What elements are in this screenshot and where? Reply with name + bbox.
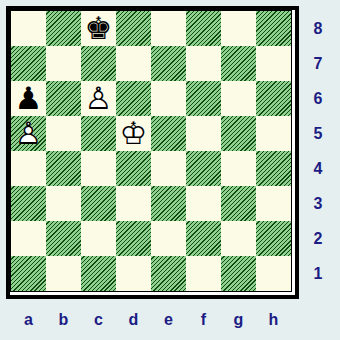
square-a3[interactable] xyxy=(11,186,46,221)
square-c4[interactable] xyxy=(81,151,116,186)
square-g6[interactable] xyxy=(221,81,256,116)
square-b7[interactable] xyxy=(46,46,81,81)
rank-label-7: 7 xyxy=(301,46,335,81)
square-b5[interactable] xyxy=(46,116,81,151)
rank-label-8: 8 xyxy=(301,11,335,46)
piece-fill-white-king: ♚ xyxy=(116,116,151,151)
chess-board: ♚♟♟♙♟♙♚♔ xyxy=(10,10,292,292)
square-c8[interactable]: ♚ xyxy=(81,11,116,46)
square-c5[interactable] xyxy=(81,116,116,151)
square-b3[interactable] xyxy=(46,186,81,221)
square-d7[interactable] xyxy=(116,46,151,81)
square-h2[interactable] xyxy=(256,221,291,256)
square-e4[interactable] xyxy=(151,151,186,186)
square-g2[interactable] xyxy=(221,221,256,256)
square-c7[interactable] xyxy=(81,46,116,81)
square-e2[interactable] xyxy=(151,221,186,256)
square-f2[interactable] xyxy=(186,221,221,256)
square-g4[interactable] xyxy=(221,151,256,186)
square-a1[interactable] xyxy=(11,256,46,291)
square-h4[interactable] xyxy=(256,151,291,186)
chess-board-frame: ♚♟♟♙♟♙♚♔ xyxy=(6,6,299,299)
square-d8[interactable] xyxy=(116,11,151,46)
square-f1[interactable] xyxy=(186,256,221,291)
square-g1[interactable] xyxy=(221,256,256,291)
piece-white-king: ♔ xyxy=(116,116,151,151)
square-h7[interactable] xyxy=(256,46,291,81)
file-label-b: b xyxy=(46,303,81,337)
square-d6[interactable] xyxy=(116,81,151,116)
square-e7[interactable] xyxy=(151,46,186,81)
piece-black-king: ♚ xyxy=(81,11,116,46)
square-a7[interactable] xyxy=(11,46,46,81)
square-c1[interactable] xyxy=(81,256,116,291)
chess-diagram: ♚♟♟♙♟♙♚♔ 87654321 abcdefgh xyxy=(0,0,340,340)
square-f6[interactable] xyxy=(186,81,221,116)
square-a4[interactable] xyxy=(11,151,46,186)
rank-label-2: 2 xyxy=(301,221,335,256)
square-e6[interactable] xyxy=(151,81,186,116)
square-d1[interactable] xyxy=(116,256,151,291)
square-a6[interactable]: ♟ xyxy=(11,81,46,116)
square-d3[interactable] xyxy=(116,186,151,221)
square-d2[interactable] xyxy=(116,221,151,256)
square-e5[interactable] xyxy=(151,116,186,151)
square-h1[interactable] xyxy=(256,256,291,291)
rank-label-4: 4 xyxy=(301,151,335,186)
square-f3[interactable] xyxy=(186,186,221,221)
square-a8[interactable] xyxy=(11,11,46,46)
square-g3[interactable] xyxy=(221,186,256,221)
square-h5[interactable] xyxy=(256,116,291,151)
square-e8[interactable] xyxy=(151,11,186,46)
square-e3[interactable] xyxy=(151,186,186,221)
file-label-d: d xyxy=(116,303,151,337)
rank-label-1: 1 xyxy=(301,256,335,291)
square-g7[interactable] xyxy=(221,46,256,81)
file-label-h: h xyxy=(256,303,291,337)
rank-label-5: 5 xyxy=(301,116,335,151)
square-f8[interactable] xyxy=(186,11,221,46)
square-f7[interactable] xyxy=(186,46,221,81)
square-h3[interactable] xyxy=(256,186,291,221)
square-b4[interactable] xyxy=(46,151,81,186)
square-a5[interactable]: ♟♙ xyxy=(11,116,46,151)
file-label-a: a xyxy=(11,303,46,337)
square-g8[interactable] xyxy=(221,11,256,46)
square-e1[interactable] xyxy=(151,256,186,291)
piece-fill-white-pawn: ♟ xyxy=(81,81,116,116)
square-h6[interactable] xyxy=(256,81,291,116)
square-d5[interactable]: ♚♔ xyxy=(116,116,151,151)
square-b6[interactable] xyxy=(46,81,81,116)
rank-label-3: 3 xyxy=(301,186,335,221)
file-label-g: g xyxy=(221,303,256,337)
square-f5[interactable] xyxy=(186,116,221,151)
square-b2[interactable] xyxy=(46,221,81,256)
piece-white-pawn: ♙ xyxy=(11,116,46,151)
square-g5[interactable] xyxy=(221,116,256,151)
square-b8[interactable] xyxy=(46,11,81,46)
square-c3[interactable] xyxy=(81,186,116,221)
rank-label-6: 6 xyxy=(301,81,335,116)
square-c2[interactable] xyxy=(81,221,116,256)
square-c6[interactable]: ♟♙ xyxy=(81,81,116,116)
piece-white-pawn: ♙ xyxy=(81,81,116,116)
square-f4[interactable] xyxy=(186,151,221,186)
file-label-c: c xyxy=(81,303,116,337)
square-d4[interactable] xyxy=(116,151,151,186)
file-label-e: e xyxy=(151,303,186,337)
square-b1[interactable] xyxy=(46,256,81,291)
square-h8[interactable] xyxy=(256,11,291,46)
file-label-f: f xyxy=(186,303,221,337)
square-a2[interactable] xyxy=(11,221,46,256)
piece-fill-white-pawn: ♟ xyxy=(11,116,46,151)
piece-black-pawn: ♟ xyxy=(11,81,46,116)
